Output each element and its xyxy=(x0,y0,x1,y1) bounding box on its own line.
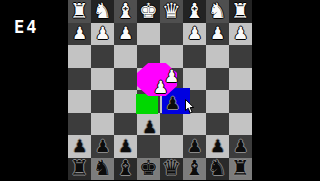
square-f8[interactable]: ♝ xyxy=(114,158,137,181)
square-g4[interactable] xyxy=(91,68,114,91)
square-f7[interactable]: ♟ xyxy=(114,135,137,158)
square-c6[interactable] xyxy=(183,113,206,136)
piece-black-knight-g8[interactable]: ♞ xyxy=(93,158,112,179)
square-g5[interactable] xyxy=(91,90,114,113)
piece-black-pawn-h7[interactable]: ♟ xyxy=(72,138,87,155)
piece-black-pawn-b7[interactable]: ♟ xyxy=(210,138,225,155)
square-e6[interactable]: ♟ xyxy=(137,113,160,136)
piece-black-bishop-f8[interactable]: ♝ xyxy=(116,158,135,179)
square-a4[interactable] xyxy=(229,68,252,91)
square-b7[interactable]: ♟ xyxy=(206,135,229,158)
piece-black-pawn-d5[interactable]: ♟ xyxy=(165,95,180,112)
game-screen: E4 ♜♞♝♚♛♝♞♜♟♟♟♟♟♟♟♟♟♟♟♟♟♟♟♟♜♞♝♚♛♝♞♜ xyxy=(0,0,320,180)
square-g8[interactable]: ♞ xyxy=(91,158,114,181)
square-a2[interactable]: ♟ xyxy=(229,23,252,46)
piece-white-pawn-h2[interactable]: ♟ xyxy=(72,25,87,42)
piece-white-rook-a1[interactable]: ♜ xyxy=(231,1,250,22)
square-a3[interactable] xyxy=(229,45,252,68)
square-a1[interactable]: ♜ xyxy=(229,0,252,23)
piece-white-knight-b1[interactable]: ♞ xyxy=(208,1,227,22)
piece-white-pawn-d4[interactable]: ♟ xyxy=(164,68,179,85)
square-c1[interactable]: ♝ xyxy=(183,0,206,23)
square-h1[interactable]: ♜ xyxy=(68,0,91,23)
square-f2[interactable]: ♟ xyxy=(114,23,137,46)
square-h4[interactable] xyxy=(68,68,91,91)
square-b1[interactable]: ♞ xyxy=(206,0,229,23)
square-d7[interactable] xyxy=(160,135,183,158)
square-h7[interactable]: ♟ xyxy=(68,135,91,158)
piece-black-bishop-c8[interactable]: ♝ xyxy=(185,158,204,179)
piece-white-pawn-b2[interactable]: ♟ xyxy=(210,25,225,42)
piece-black-queen-d8[interactable]: ♛ xyxy=(162,158,181,179)
square-h3[interactable] xyxy=(68,45,91,68)
square-g3[interactable] xyxy=(91,45,114,68)
square-f5[interactable] xyxy=(114,90,137,113)
square-c4[interactable] xyxy=(183,68,206,91)
move-label: E4 xyxy=(14,17,38,37)
piece-black-pawn-f7[interactable]: ♟ xyxy=(118,138,133,155)
piece-black-pawn-c7[interactable]: ♟ xyxy=(187,138,202,155)
square-d8[interactable]: ♛ xyxy=(160,158,183,181)
square-e8[interactable]: ♚ xyxy=(137,158,160,181)
piece-white-bishop-c1[interactable]: ♝ xyxy=(185,1,204,22)
square-e1[interactable]: ♚ xyxy=(137,0,160,23)
square-f4[interactable] xyxy=(114,68,137,91)
square-b8[interactable]: ♞ xyxy=(206,158,229,181)
piece-white-pawn-f2[interactable]: ♟ xyxy=(118,25,133,42)
piece-white-pawn-g2[interactable]: ♟ xyxy=(95,25,110,42)
square-h2[interactable]: ♟ xyxy=(68,23,91,46)
square-a7[interactable]: ♟ xyxy=(229,135,252,158)
square-b5[interactable] xyxy=(206,90,229,113)
square-e2[interactable] xyxy=(137,23,160,46)
piece-black-king-e8[interactable]: ♚ xyxy=(139,158,158,179)
piece-white-pawn-c2[interactable]: ♟ xyxy=(187,25,202,42)
square-c2[interactable]: ♟ xyxy=(183,23,206,46)
mouse-cursor-icon xyxy=(185,99,195,114)
square-h5[interactable] xyxy=(68,90,91,113)
square-f6[interactable] xyxy=(114,113,137,136)
piece-black-rook-a8[interactable]: ♜ xyxy=(231,158,250,179)
square-a5[interactable] xyxy=(229,90,252,113)
square-d2[interactable] xyxy=(160,23,183,46)
square-g6[interactable] xyxy=(91,113,114,136)
square-c8[interactable]: ♝ xyxy=(183,158,206,181)
square-g7[interactable]: ♟ xyxy=(91,135,114,158)
piece-white-king-e1[interactable]: ♚ xyxy=(139,1,158,22)
piece-black-knight-b8[interactable]: ♞ xyxy=(208,158,227,179)
square-h8[interactable]: ♜ xyxy=(68,158,91,181)
square-c3[interactable] xyxy=(183,45,206,68)
piece-black-pawn-a7[interactable]: ♟ xyxy=(233,138,248,155)
square-b6[interactable] xyxy=(206,113,229,136)
piece-black-pawn-e6[interactable]: ♟ xyxy=(142,119,157,136)
square-b3[interactable] xyxy=(206,45,229,68)
square-a8[interactable]: ♜ xyxy=(229,158,252,181)
square-d1[interactable]: ♛ xyxy=(160,0,183,23)
piece-white-bishop-f1[interactable]: ♝ xyxy=(116,1,135,22)
square-b2[interactable]: ♟ xyxy=(206,23,229,46)
piece-white-queen-d1[interactable]: ♛ xyxy=(162,1,181,22)
square-b4[interactable] xyxy=(206,68,229,91)
square-h6[interactable] xyxy=(68,113,91,136)
square-e7[interactable] xyxy=(137,135,160,158)
piece-white-knight-g1[interactable]: ♞ xyxy=(93,1,112,22)
chess-board[interactable]: ♜♞♝♚♛♝♞♜♟♟♟♟♟♟♟♟♟♟♟♟♟♟♟♟♜♞♝♚♛♝♞♜ xyxy=(68,0,252,180)
piece-white-pawn-a2[interactable]: ♟ xyxy=(233,25,248,42)
square-c7[interactable]: ♟ xyxy=(183,135,206,158)
square-f3[interactable] xyxy=(114,45,137,68)
square-g1[interactable]: ♞ xyxy=(91,0,114,23)
piece-white-rook-h1[interactable]: ♜ xyxy=(70,1,89,22)
square-d6[interactable] xyxy=(160,113,183,136)
square-g2[interactable]: ♟ xyxy=(91,23,114,46)
square-a6[interactable] xyxy=(229,113,252,136)
square-f1[interactable]: ♝ xyxy=(114,0,137,23)
piece-black-pawn-g7[interactable]: ♟ xyxy=(95,138,110,155)
piece-black-rook-h8[interactable]: ♜ xyxy=(70,158,89,179)
